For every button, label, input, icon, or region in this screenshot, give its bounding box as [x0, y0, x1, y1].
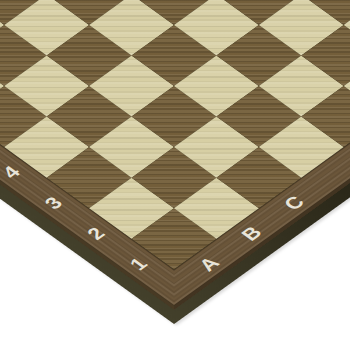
- chessboard: ABC1234: [0, 0, 350, 310]
- chessboard-product-photo: ABC1234: [0, 0, 350, 350]
